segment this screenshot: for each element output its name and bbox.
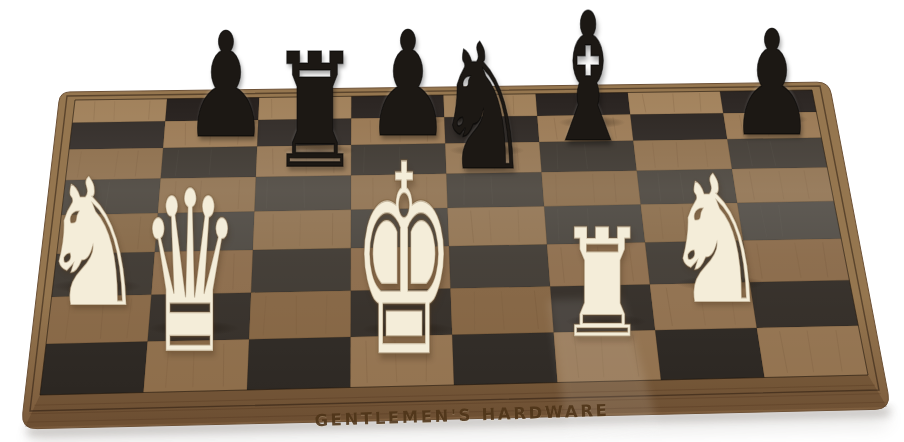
queen-glyph: ♛ bbox=[140, 161, 241, 385]
piece-white-rook-f2[interactable]: ♜ bbox=[602, 325, 692, 425]
piece-black-pawn-h8[interactable]: ♟ bbox=[772, 123, 862, 223]
bishop-glyph: ♝ bbox=[544, 0, 631, 167]
rook-glyph: ♜ bbox=[271, 33, 360, 191]
pawn-glyph: ♟ bbox=[729, 12, 814, 157]
chessboard-photo: GENTLEMEN'S HARDWARE ♟♟♝♟♜♞♞♞♛♚♜ bbox=[0, 0, 904, 442]
piece-white-king-d2[interactable]: ♚ bbox=[404, 333, 512, 442]
piece-white-queen-b2[interactable]: ♛ bbox=[190, 332, 296, 442]
knight-glyph: ♞ bbox=[40, 154, 146, 331]
king-glyph: ♚ bbox=[353, 131, 455, 395]
knight-glyph: ♞ bbox=[664, 152, 770, 329]
pawn-glyph: ♟ bbox=[183, 14, 268, 159]
rook-glyph: ♜ bbox=[558, 210, 648, 360]
piece-white-knight-g3[interactable]: ♞ bbox=[717, 287, 823, 405]
